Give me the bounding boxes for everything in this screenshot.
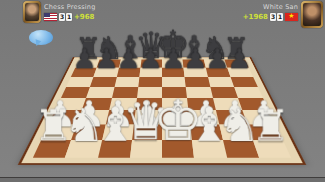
player-black-card: Chess Pressing 31 +968 [23,1,95,23]
us-flag-icon [44,13,57,21]
timer-digit: 1 [66,13,72,21]
black-pawn-c7[interactable]: ♟ [116,45,140,72]
square-d6[interactable] [138,77,162,87]
player-white-portrait [303,3,321,26]
player-black-meta: Chess Pressing 31 +968 [44,1,95,23]
square-h7[interactable]: ♟ [227,68,253,77]
white-rook-h1[interactable]: ♜ [252,105,291,148]
board-grid: ♜♞♝♛♚♝♞♜♟♟♟♟♟♟♟♟♟♟♟♟♟♟♟♟♜♞♝♛♚♝♞♜ [33,60,291,158]
square-c6[interactable] [114,77,139,87]
player-white-name: White San [263,4,298,11]
player-white-timer: 31 [270,13,283,21]
chat-bubble-icon[interactable] [29,30,53,45]
player-black-stats: 31 +968 [44,13,95,21]
player-black-name: Chess Pressing [44,4,95,11]
floor-edge [0,177,325,182]
black-pawn-b7[interactable]: ♟ [94,45,118,72]
black-pawn-a7[interactable]: ♟ [72,45,96,72]
player-white-card: White San ★ 31 +1968 [243,1,323,28]
player-white-meta: White San ★ 31 +1968 [243,1,298,28]
player-white-rating: +1968 [243,13,268,21]
player-white-stats: ★ 31 +1968 [243,13,298,21]
vietnam-star-icon: ★ [288,13,294,20]
us-flag-canton [44,13,50,17]
black-pawn-g7[interactable]: ♟ [205,45,229,72]
square-h6[interactable] [230,77,257,87]
player-black-portrait [25,3,39,21]
square-b7[interactable]: ♟ [94,68,119,77]
square-h1[interactable]: ♜ [253,140,292,158]
square-b6[interactable] [90,77,116,87]
game-screen: Chess Pressing 31 +968 White San ★ 31 +1… [0,0,325,182]
black-pawn-e7[interactable]: ♟ [161,45,185,72]
square-e7[interactable]: ♟ [162,68,185,77]
square-f7[interactable]: ♟ [184,68,208,77]
player-black-rating: +968 [74,13,94,21]
vietnam-flag-icon: ★ [285,13,298,21]
timer-digit: 3 [59,13,65,21]
square-f6[interactable] [185,77,210,87]
square-a7[interactable]: ♟ [71,68,97,77]
timer-digit: 1 [277,13,283,21]
black-pawn-f7[interactable]: ♟ [183,45,207,72]
player-black-timer: 31 [59,13,72,21]
square-c7[interactable]: ♟ [116,68,140,77]
square-d7[interactable]: ♟ [139,68,162,77]
square-e6[interactable] [162,77,186,87]
player-white-avatar[interactable] [301,1,323,28]
chess-board[interactable]: ♜♞♝♛♚♝♞♜♟♟♟♟♟♟♟♟♟♟♟♟♟♟♟♟♜♞♝♛♚♝♞♜ [18,57,306,165]
black-pawn-d7[interactable]: ♟ [139,45,163,72]
player-black-avatar[interactable] [23,1,41,23]
timer-digit: 3 [270,13,276,21]
black-pawn-h7[interactable]: ♟ [228,45,252,72]
